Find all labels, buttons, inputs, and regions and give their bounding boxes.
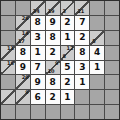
answer-cell-r3c5[interactable]: 8 bbox=[75, 46, 89, 60]
blocked-cell-r2c7 bbox=[105, 31, 119, 45]
down-sum: 21 bbox=[77, 9, 84, 15]
answer-cell-r2c5[interactable]: 2 bbox=[75, 31, 89, 45]
clue-cell-r4c0: 16 bbox=[1, 61, 15, 75]
answer-cell-r2c3[interactable]: 8 bbox=[46, 31, 60, 45]
answer-cell-r4c6[interactable]: 1 bbox=[90, 61, 104, 75]
clue-cell-r4c3: 910 bbox=[46, 61, 60, 75]
answer-cell-r1c5[interactable]: 7 bbox=[75, 16, 89, 30]
blocked-cell-r5c0 bbox=[1, 75, 15, 89]
answer-cell-r1c4[interactable]: 2 bbox=[61, 16, 75, 30]
clue-cell-r0c4: 3 bbox=[61, 1, 75, 15]
answer-cell-r6c2[interactable]: 6 bbox=[31, 90, 45, 104]
blocked-cell-r0c1 bbox=[16, 1, 30, 15]
answer-cell-r1c2[interactable]: 8 bbox=[31, 16, 45, 30]
clue-cell-r0c2: 34 bbox=[31, 1, 45, 15]
clue-cell-r0c3: 19 bbox=[46, 1, 60, 15]
across-sum: 9 bbox=[55, 61, 58, 67]
down-sum: 10 bbox=[48, 69, 55, 75]
blocked-cell-r7c4 bbox=[61, 105, 75, 119]
answer-cell-r4c1[interactable]: 9 bbox=[16, 61, 30, 75]
blocked-cell-r4c7 bbox=[105, 61, 119, 75]
blocked-cell-r6c7 bbox=[105, 90, 119, 104]
answer-cell-r6c3[interactable]: 2 bbox=[46, 90, 60, 104]
answer-cell-r5c5[interactable]: 1 bbox=[75, 75, 89, 89]
blocked-cell-r1c7 bbox=[105, 16, 119, 30]
clue-cell-r5c1: 20 bbox=[16, 75, 30, 89]
blocked-cell-r1c0 bbox=[1, 16, 15, 30]
answer-cell-r2c2[interactable]: 3 bbox=[31, 31, 45, 45]
answer-cell-r6c4[interactable]: 1 bbox=[61, 90, 75, 104]
answer-cell-r2c4[interactable]: 1 bbox=[61, 31, 75, 45]
down-sum: 34 bbox=[33, 9, 40, 15]
diagonal-cell-r6c0 bbox=[1, 90, 15, 104]
down-sum: 3 bbox=[63, 9, 66, 15]
answer-cell-r5c3[interactable]: 8 bbox=[46, 75, 60, 89]
answer-cell-r4c2[interactable]: 7 bbox=[31, 61, 45, 75]
across-sum: 11 bbox=[7, 46, 14, 52]
across-sum: 26 bbox=[22, 16, 29, 22]
clue-cell-r3c4: 128 bbox=[61, 46, 75, 60]
blocked-cell-r7c3 bbox=[46, 105, 60, 119]
down-sum: 5 bbox=[92, 39, 95, 45]
across-sum: 16 bbox=[7, 61, 14, 67]
blocked-cell-r7c1 bbox=[16, 105, 30, 119]
kakuro-board: 3419321268927141738125118121288416979105… bbox=[0, 0, 120, 120]
blocked-cell-r3c7 bbox=[105, 46, 119, 60]
blocked-cell-r2c0 bbox=[1, 31, 15, 45]
answer-cell-r5c4[interactable]: 2 bbox=[61, 75, 75, 89]
blocked-cell-r6c5 bbox=[75, 90, 89, 104]
clue-cell-r2c6: 5 bbox=[90, 31, 104, 45]
blocked-cell-r0c6 bbox=[90, 1, 104, 15]
down-sum: 8 bbox=[63, 54, 66, 60]
answer-cell-r3c1[interactable]: 8 bbox=[16, 46, 30, 60]
answer-cell-r3c3[interactable]: 2 bbox=[46, 46, 60, 60]
across-sum: 14 bbox=[22, 31, 29, 37]
blocked-cell-r1c6 bbox=[90, 16, 104, 30]
blocked-cell-r7c2 bbox=[31, 105, 45, 119]
across-sum: 12 bbox=[66, 46, 73, 52]
across-sum: 9 bbox=[25, 90, 28, 96]
answer-cell-r3c6[interactable]: 4 bbox=[90, 46, 104, 60]
blocked-cell-r0c7 bbox=[105, 1, 119, 15]
answer-cell-r1c3[interactable]: 9 bbox=[46, 16, 60, 30]
clue-cell-r6c1: 9 bbox=[16, 90, 30, 104]
down-sum: 17 bbox=[18, 39, 25, 45]
blocked-cell-r0c0 bbox=[1, 1, 15, 15]
blocked-cell-r5c7 bbox=[105, 75, 119, 89]
clue-cell-r1c1: 26 bbox=[16, 16, 30, 30]
down-sum: 19 bbox=[48, 9, 55, 15]
blocked-cell-r7c6 bbox=[90, 105, 104, 119]
blocked-cell-r7c0 bbox=[1, 105, 15, 119]
clue-cell-r3c0: 11 bbox=[1, 46, 15, 60]
across-sum: 20 bbox=[22, 75, 29, 81]
blocked-cell-r5c6 bbox=[90, 75, 104, 89]
blocked-cell-r7c7 bbox=[105, 105, 119, 119]
answer-cell-r3c2[interactable]: 1 bbox=[31, 46, 45, 60]
answer-cell-r4c5[interactable]: 3 bbox=[75, 61, 89, 75]
blocked-cell-r7c5 bbox=[75, 105, 89, 119]
answer-cell-r4c4[interactable]: 5 bbox=[61, 61, 75, 75]
clue-cell-r2c1: 1417 bbox=[16, 31, 30, 45]
clue-cell-r0c5: 21 bbox=[75, 1, 89, 15]
blocked-cell-r6c6 bbox=[90, 90, 104, 104]
answer-cell-r5c2[interactable]: 9 bbox=[31, 75, 45, 89]
